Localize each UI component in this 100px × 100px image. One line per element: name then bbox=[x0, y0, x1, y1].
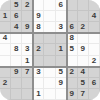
cell-r7c1[interactable] bbox=[0, 67, 11, 78]
cell-r5c8[interactable]: 9 bbox=[78, 44, 89, 55]
cell-r7c9[interactable] bbox=[89, 67, 100, 78]
cell-r2c9[interactable]: 4 bbox=[89, 11, 100, 22]
cell-r8c7[interactable] bbox=[67, 78, 78, 89]
cell-r7c5[interactable] bbox=[44, 67, 55, 78]
cell-r5c5[interactable] bbox=[44, 44, 55, 55]
cell-r1c4[interactable] bbox=[33, 0, 44, 11]
cell-r4c1[interactable]: 4 bbox=[0, 33, 11, 44]
cell-r4c5[interactable] bbox=[44, 33, 55, 44]
cell-r8c5[interactable] bbox=[44, 78, 55, 89]
box-divider-vertical-2 bbox=[66, 0, 68, 100]
cell-r9c7[interactable]: 9 bbox=[67, 89, 78, 100]
cell-r9c5[interactable] bbox=[44, 89, 55, 100]
box-divider-vertical-1 bbox=[32, 0, 34, 100]
box-divider-horizontal-1 bbox=[0, 32, 100, 34]
cell-r9c1[interactable] bbox=[0, 89, 11, 100]
cell-r4c8[interactable] bbox=[78, 33, 89, 44]
cell-r8c2[interactable] bbox=[11, 78, 22, 89]
cell-r2c8[interactable] bbox=[78, 11, 89, 22]
cell-r2c2[interactable]: 6 bbox=[11, 11, 22, 22]
cell-r9c9[interactable] bbox=[89, 89, 100, 100]
cell-r2c5[interactable] bbox=[44, 11, 55, 22]
cell-r7c2[interactable]: 9 bbox=[11, 67, 22, 78]
cell-r1c2[interactable]: 5 bbox=[11, 0, 22, 11]
cell-r5c2[interactable]: 8 bbox=[11, 44, 22, 55]
cell-r5c4[interactable]: 2 bbox=[33, 44, 44, 55]
cell-r4c2[interactable] bbox=[11, 33, 22, 44]
cell-r5c1[interactable] bbox=[0, 44, 11, 55]
sudoku-grid: 526169449836248832159129735242956197 bbox=[0, 0, 100, 100]
cell-r8c9[interactable]: 6 bbox=[89, 78, 100, 89]
cell-r9c2[interactable] bbox=[11, 89, 22, 100]
cell-r2c7[interactable] bbox=[67, 11, 78, 22]
sudoku-board: 526169449836248832159129735242956197 bbox=[0, 0, 100, 100]
cell-r4c9[interactable] bbox=[89, 33, 100, 44]
cell-r1c1[interactable] bbox=[0, 0, 11, 11]
cell-r8c8[interactable]: 5 bbox=[78, 78, 89, 89]
cell-r4c4[interactable] bbox=[33, 33, 44, 44]
cell-r5c9[interactable] bbox=[89, 44, 100, 55]
cell-r8c1[interactable]: 2 bbox=[0, 78, 11, 89]
cell-r7c8[interactable]: 4 bbox=[78, 67, 89, 78]
cell-r8c4[interactable] bbox=[33, 78, 44, 89]
cell-r1c8[interactable] bbox=[78, 0, 89, 11]
cell-r1c9[interactable] bbox=[89, 0, 100, 11]
cell-r7c4[interactable]: 3 bbox=[33, 67, 44, 78]
cell-r1c7[interactable] bbox=[67, 0, 78, 11]
cell-r9c8[interactable]: 7 bbox=[78, 89, 89, 100]
cell-r9c4[interactable]: 1 bbox=[33, 89, 44, 100]
cell-r4c7[interactable]: 8 bbox=[67, 33, 78, 44]
box-divider-horizontal-2 bbox=[0, 66, 100, 68]
cell-r5c7[interactable]: 5 bbox=[67, 44, 78, 55]
cell-r1c5[interactable] bbox=[44, 0, 55, 11]
cell-r2c4[interactable]: 9 bbox=[33, 11, 44, 22]
cell-r2c1[interactable]: 1 bbox=[0, 11, 11, 22]
cell-r7c7[interactable]: 2 bbox=[67, 67, 78, 78]
